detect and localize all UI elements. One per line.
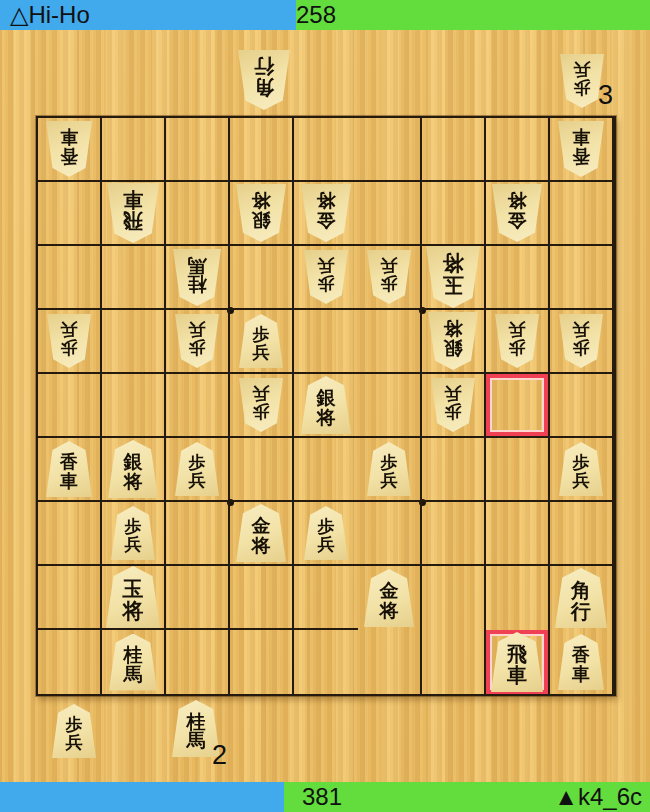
piece-kanji: 歩 xyxy=(66,716,83,733)
square-7f[interactable]: 歩兵 xyxy=(166,438,230,502)
piece-kanji: 馬 xyxy=(188,255,207,274)
piece-kanji: 兵 xyxy=(445,385,462,402)
piece-kanji: 香 xyxy=(572,147,590,165)
square-1d[interactable]: 歩兵 xyxy=(550,310,614,374)
square-7d[interactable]: 歩兵 xyxy=(166,310,230,374)
square-8b[interactable]: 飛車 xyxy=(102,182,166,246)
black-player-panel xyxy=(0,782,284,812)
piece-kanji: 金 xyxy=(508,211,527,230)
square-2i[interactable]: 飛車 xyxy=(486,630,550,694)
square-9a[interactable]: 香車 xyxy=(38,118,102,182)
square-4e[interactable] xyxy=(358,374,422,438)
black-piece-金将[interactable]: 金将 xyxy=(236,504,286,562)
piece-kanji: 将 xyxy=(123,600,144,621)
piece-kanji: 車 xyxy=(572,665,590,683)
square-6b[interactable]: 銀将 xyxy=(230,182,294,246)
white-piece-歩兵[interactable]: 歩兵 xyxy=(175,314,219,368)
app-background: △Hi-Ho 258 角行 歩兵 3 香車香車飛車銀将金将金将桂馬歩兵歩兵玉将歩… xyxy=(0,0,650,812)
square-8i[interactable]: 桂馬 xyxy=(102,630,166,694)
black-piece-歩兵[interactable]: 歩兵 xyxy=(559,442,603,496)
white-piece-飛車[interactable]: 飛車 xyxy=(107,183,159,243)
square-5b[interactable]: 金将 xyxy=(294,182,358,246)
piece-kanji: 歩 xyxy=(573,339,590,356)
square-6a[interactable] xyxy=(230,118,294,182)
square-8f[interactable]: 銀将 xyxy=(102,438,166,502)
white-piece-歩兵[interactable]: 歩兵 xyxy=(367,250,411,304)
square-3f[interactable] xyxy=(422,438,486,502)
square-7b[interactable] xyxy=(166,182,230,246)
piece-kanji: 兵 xyxy=(573,472,590,489)
piece-kanji: 歩 xyxy=(509,339,526,356)
white-piece-銀将[interactable]: 銀将 xyxy=(428,312,478,370)
square-2a[interactable] xyxy=(486,118,550,182)
white-piece-銀将[interactable]: 銀将 xyxy=(236,184,286,242)
white-piece-桂馬[interactable]: 桂馬 xyxy=(173,249,221,306)
square-7c[interactable]: 桂馬 xyxy=(166,246,230,310)
white-piece-香車[interactable]: 香車 xyxy=(558,121,604,177)
black-piece-飛車[interactable]: 飛車 xyxy=(491,632,543,692)
piece-kanji: 兵 xyxy=(253,344,270,361)
piece-kanji: 将 xyxy=(317,191,336,210)
piece-kanji: 歩 xyxy=(189,339,206,356)
square-4c[interactable]: 歩兵 xyxy=(358,246,422,310)
piece-kanji: 桂 xyxy=(124,645,143,664)
piece-kanji: 歩 xyxy=(573,454,590,471)
black-piece-銀将[interactable]: 銀将 xyxy=(108,440,158,498)
square-6e[interactable]: 歩兵 xyxy=(230,374,294,438)
square-9f[interactable]: 香車 xyxy=(38,438,102,502)
square-1g[interactable] xyxy=(550,502,614,566)
piece-kanji: 車 xyxy=(123,190,143,210)
piece-kanji: 玉 xyxy=(443,275,464,296)
square-2g[interactable] xyxy=(486,502,550,566)
square-2c[interactable] xyxy=(486,246,550,310)
piece-kanji: 角 xyxy=(254,78,274,98)
square-3d[interactable]: 銀将 xyxy=(422,310,486,374)
square-9d[interactable]: 歩兵 xyxy=(38,310,102,374)
piece-kanji: 角 xyxy=(571,580,591,600)
square-4f[interactable]: 歩兵 xyxy=(358,438,422,502)
piece-kanji: 将 xyxy=(252,191,271,210)
piece-kanji: 歩 xyxy=(318,275,335,292)
square-2f[interactable] xyxy=(486,438,550,502)
piece-kanji: 兵 xyxy=(381,472,398,489)
square-8g[interactable]: 歩兵 xyxy=(102,502,166,566)
piece-kanji: 兵 xyxy=(125,536,142,553)
square-5g[interactable]: 歩兵 xyxy=(294,502,358,566)
square-4d[interactable] xyxy=(358,310,422,374)
piece-kanji: 香 xyxy=(60,453,78,471)
piece-kanji: 将 xyxy=(252,536,271,555)
white-player-name: △Hi-Ho xyxy=(10,1,90,29)
black-player-name: ▲k4_6c xyxy=(554,783,650,811)
piece-kanji: 飛 xyxy=(123,211,143,231)
piece-kanji: 兵 xyxy=(189,472,206,489)
square-7a[interactable] xyxy=(166,118,230,182)
black-piece-歩兵[interactable]: 歩兵 xyxy=(52,704,96,758)
white-hand-bishop[interactable]: 角行 xyxy=(238,50,290,110)
square-2b[interactable]: 金将 xyxy=(486,182,550,246)
square-9e[interactable] xyxy=(38,374,102,438)
piece-kanji: 歩 xyxy=(61,339,78,356)
white-piece-歩兵[interactable]: 歩兵 xyxy=(559,314,603,368)
square-9h[interactable] xyxy=(38,566,102,630)
square-5f[interactable] xyxy=(294,438,358,502)
square-6d[interactable]: 歩兵 xyxy=(230,310,294,374)
piece-kanji: 桂 xyxy=(188,275,207,294)
square-9b[interactable] xyxy=(38,182,102,246)
piece-kanji: 歩 xyxy=(574,79,591,96)
piece-kanji: 車 xyxy=(572,128,590,146)
black-piece-歩兵[interactable]: 歩兵 xyxy=(367,442,411,496)
top-clock-bar: △Hi-Ho 258 xyxy=(0,0,650,30)
black-clock-panel: 381 ▲k4_6c xyxy=(284,782,650,812)
piece-kanji: 将 xyxy=(124,472,143,491)
square-6f[interactable] xyxy=(230,438,294,502)
piece-kanji: 将 xyxy=(508,191,527,210)
piece-kanji: 歩 xyxy=(381,454,398,471)
square-6c[interactable] xyxy=(230,246,294,310)
white-piece-歩兵[interactable]: 歩兵 xyxy=(239,378,283,432)
square-8c[interactable] xyxy=(102,246,166,310)
square-1f[interactable]: 歩兵 xyxy=(550,438,614,502)
piece-kanji: 行 xyxy=(254,57,274,77)
piece-kanji: 兵 xyxy=(318,257,335,274)
piece-kanji: 銀 xyxy=(124,452,143,471)
square-5c[interactable]: 歩兵 xyxy=(294,246,358,310)
square-7e[interactable] xyxy=(166,374,230,438)
piece-kanji: 歩 xyxy=(189,454,206,471)
black-piece-歩兵[interactable]: 歩兵 xyxy=(304,506,348,560)
square-3h[interactable] xyxy=(422,566,486,630)
piece-kanji: 飛 xyxy=(507,644,527,664)
piece-kanji: 香 xyxy=(60,147,78,165)
white-piece-歩兵[interactable]: 歩兵 xyxy=(304,250,348,304)
piece-kanji: 兵 xyxy=(381,257,398,274)
piece-kanji: 歩 xyxy=(125,518,142,535)
piece-kanji: 兵 xyxy=(573,321,590,338)
square-2d[interactable]: 歩兵 xyxy=(486,310,550,374)
square-5e[interactable]: 銀将 xyxy=(294,374,358,438)
black-hand-pawn[interactable]: 歩兵 xyxy=(52,704,96,758)
piece-kanji: 歩 xyxy=(318,518,335,535)
square-7g[interactable] xyxy=(166,502,230,566)
black-piece-角行[interactable]: 角行 xyxy=(555,568,607,628)
square-6i[interactable] xyxy=(230,630,294,694)
piece-kanji: 兵 xyxy=(189,321,206,338)
square-4g[interactable] xyxy=(358,502,422,566)
piece-kanji: 香 xyxy=(572,646,590,664)
piece-kanji: 兵 xyxy=(61,321,78,338)
piece-kanji: 歩 xyxy=(253,403,270,420)
bottom-clock-bar: 381 ▲k4_6c xyxy=(0,782,650,812)
square-1e[interactable] xyxy=(550,374,614,438)
piece-kanji: 馬 xyxy=(187,731,206,750)
square-4i[interactable] xyxy=(358,630,422,694)
piece-kanji: 兵 xyxy=(574,61,591,78)
black-piece-歩兵[interactable]: 歩兵 xyxy=(239,314,283,368)
piece-kanji: 兵 xyxy=(509,321,526,338)
square-1c[interactable] xyxy=(550,246,614,310)
square-3g[interactable] xyxy=(422,502,486,566)
black-piece-香車[interactable]: 香車 xyxy=(46,441,92,497)
white-clock-time: 258 xyxy=(296,1,336,29)
square-1b[interactable] xyxy=(550,182,614,246)
square-8d[interactable] xyxy=(102,310,166,374)
square-3e[interactable]: 歩兵 xyxy=(422,374,486,438)
square-6h[interactable] xyxy=(230,566,294,630)
piece-kanji: 将 xyxy=(444,319,463,338)
square-1i[interactable]: 香車 xyxy=(550,630,614,694)
piece-kanji: 将 xyxy=(380,601,399,620)
black-hand-knight-count: 2 xyxy=(212,740,227,771)
piece-kanji: 金 xyxy=(252,516,271,535)
black-piece-金将[interactable]: 金将 xyxy=(364,569,414,627)
square-5a[interactable] xyxy=(294,118,358,182)
black-piece-銀将[interactable]: 銀将 xyxy=(301,376,351,434)
white-piece-金将[interactable]: 金将 xyxy=(492,184,542,242)
white-piece-玉将[interactable]: 玉将 xyxy=(426,246,480,308)
piece-kanji: 銀 xyxy=(317,388,336,407)
square-5d[interactable] xyxy=(294,310,358,374)
white-piece-金将[interactable]: 金将 xyxy=(301,184,351,242)
white-piece-角行[interactable]: 角行 xyxy=(238,50,290,110)
square-8a[interactable] xyxy=(102,118,166,182)
piece-kanji: 車 xyxy=(60,472,78,490)
piece-kanji: 銀 xyxy=(252,211,271,230)
square-3c[interactable]: 玉将 xyxy=(422,246,486,310)
piece-kanji: 金 xyxy=(317,211,336,230)
square-2e[interactable] xyxy=(486,374,550,438)
piece-kanji: 将 xyxy=(317,408,336,427)
square-9i[interactable] xyxy=(38,630,102,694)
square-2h[interactable] xyxy=(486,566,550,630)
board-grid: 香車香車飛車銀将金将金将桂馬歩兵歩兵玉将歩兵歩兵歩兵銀将歩兵歩兵歩兵銀将歩兵香車… xyxy=(36,116,616,696)
square-4b[interactable] xyxy=(358,182,422,246)
square-3a[interactable] xyxy=(422,118,486,182)
square-3b[interactable] xyxy=(422,182,486,246)
piece-kanji: 兵 xyxy=(318,536,335,553)
square-7h[interactable] xyxy=(166,566,230,630)
piece-kanji: 金 xyxy=(380,581,399,600)
square-5h[interactable] xyxy=(294,566,358,630)
piece-kanji: 行 xyxy=(571,601,591,621)
square-1a[interactable]: 香車 xyxy=(550,118,614,182)
square-4h[interactable]: 金将 xyxy=(358,566,422,630)
square-3i[interactable] xyxy=(422,630,486,694)
black-piece-歩兵[interactable]: 歩兵 xyxy=(111,506,155,560)
square-8e[interactable] xyxy=(102,374,166,438)
black-piece-桂馬[interactable]: 桂馬 xyxy=(109,634,157,691)
white-hand-pawn-count: 3 xyxy=(598,80,613,111)
white-clock-panel: 258 xyxy=(296,0,650,30)
white-piece-歩兵[interactable]: 歩兵 xyxy=(431,378,475,432)
piece-kanji: 歩 xyxy=(445,403,462,420)
white-piece-歩兵[interactable]: 歩兵 xyxy=(47,314,91,368)
piece-kanji: 車 xyxy=(507,665,527,685)
black-piece-歩兵[interactable]: 歩兵 xyxy=(175,442,219,496)
square-6g[interactable]: 金将 xyxy=(230,502,294,566)
square-7i[interactable] xyxy=(166,630,230,694)
piece-kanji: 兵 xyxy=(66,734,83,751)
square-4a[interactable] xyxy=(358,118,422,182)
piece-kanji: 車 xyxy=(60,128,78,146)
square-1h[interactable]: 角行 xyxy=(550,566,614,630)
square-8h[interactable]: 玉将 xyxy=(102,566,166,630)
white-piece-香車[interactable]: 香車 xyxy=(46,121,92,177)
black-clock-time: 381 xyxy=(302,783,342,811)
piece-kanji: 歩 xyxy=(253,326,270,343)
black-piece-玉将[interactable]: 玉将 xyxy=(106,566,160,628)
piece-kanji: 兵 xyxy=(253,385,270,402)
piece-kanji: 銀 xyxy=(444,339,463,358)
piece-kanji: 玉 xyxy=(123,578,144,599)
square-5i[interactable] xyxy=(294,630,358,694)
square-9c[interactable] xyxy=(38,246,102,310)
black-piece-香車[interactable]: 香車 xyxy=(558,634,604,690)
white-player-panel: △Hi-Ho xyxy=(0,0,296,30)
square-9g[interactable] xyxy=(38,502,102,566)
piece-kanji: 馬 xyxy=(124,665,143,684)
piece-kanji: 歩 xyxy=(381,275,398,292)
white-piece-歩兵[interactable]: 歩兵 xyxy=(495,314,539,368)
piece-kanji: 将 xyxy=(443,253,464,274)
